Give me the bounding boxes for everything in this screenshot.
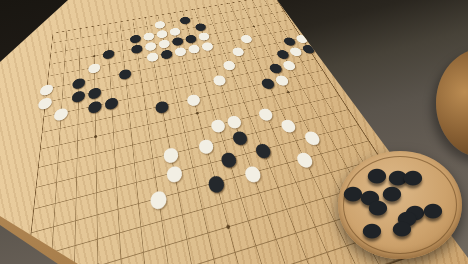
black-stone[interactable]: ● bbox=[103, 94, 120, 111]
bowl-lid[interactable]: ●●●●●●●●●●●● bbox=[338, 151, 462, 259]
black-stone[interactable]: ● bbox=[86, 97, 103, 115]
white-stone[interactable]: ● bbox=[52, 104, 70, 122]
white-stone[interactable]: ● bbox=[36, 94, 54, 111]
lid-black-stone[interactable]: ● bbox=[368, 197, 389, 216]
black-stone[interactable]: ● bbox=[152, 97, 171, 115]
black-stone[interactable]: ● bbox=[70, 87, 87, 104]
black-stone[interactable]: ● bbox=[101, 47, 116, 60]
white-stone[interactable]: ● bbox=[147, 185, 170, 212]
lid-black-stone[interactable]: ● bbox=[392, 218, 413, 237]
black-stone[interactable]: ● bbox=[117, 66, 133, 81]
black-stone[interactable]: ● bbox=[177, 14, 192, 25]
lid-black-stone[interactable]: ● bbox=[423, 200, 444, 219]
white-stone[interactable]: ● bbox=[163, 160, 185, 184]
stone-bowl[interactable] bbox=[436, 48, 468, 158]
white-stone[interactable]: ● bbox=[87, 60, 102, 74]
go-scene: ●●●●●●●●●●●●●●●●●●●●●●●●●●●●●●●●●●●●●●●●… bbox=[0, 0, 468, 264]
lid-black-stone[interactable]: ● bbox=[362, 220, 383, 239]
lid-black-stone[interactable]: ● bbox=[403, 167, 424, 186]
